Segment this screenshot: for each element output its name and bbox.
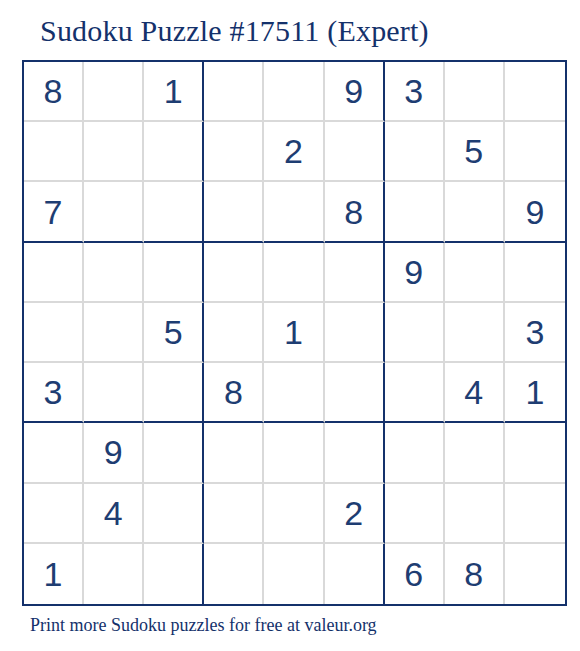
- cell-r6c9: 1: [505, 363, 565, 423]
- cell-r5c3: 5: [144, 303, 204, 363]
- cell-r7c3: [144, 423, 204, 483]
- cell-r6c3: [144, 363, 204, 423]
- cell-r3c4: [204, 182, 264, 242]
- cell-r8c3: [144, 484, 204, 544]
- cell-r9c9: [505, 544, 565, 604]
- cell-r5c7: [385, 303, 445, 363]
- cell-r4c8: [445, 243, 505, 303]
- cell-r3c1: 7: [24, 182, 84, 242]
- cell-r1c9: [505, 62, 565, 122]
- cell-r7c5: [264, 423, 324, 483]
- cell-r2c1: [24, 122, 84, 182]
- cell-r4c7: 9: [385, 243, 445, 303]
- cell-r9c7: 6: [385, 544, 445, 604]
- cell-r4c5: [264, 243, 324, 303]
- cell-r6c4: 8: [204, 363, 264, 423]
- cell-r3c7: [385, 182, 445, 242]
- cell-r1c4: [204, 62, 264, 122]
- cell-r1c5: [264, 62, 324, 122]
- cell-r8c8: [445, 484, 505, 544]
- page-title: Sudoku Puzzle #17511 (Expert): [40, 14, 429, 48]
- cell-r8c6: 2: [325, 484, 385, 544]
- cell-r4c4: [204, 243, 264, 303]
- cell-r9c1: 1: [24, 544, 84, 604]
- cell-r5c4: [204, 303, 264, 363]
- cell-r4c6: [325, 243, 385, 303]
- cell-r6c7: [385, 363, 445, 423]
- cell-r9c3: [144, 544, 204, 604]
- cell-r6c6: [325, 363, 385, 423]
- cell-r9c6: [325, 544, 385, 604]
- cell-r2c8: 5: [445, 122, 505, 182]
- cell-r5c6: [325, 303, 385, 363]
- cell-r1c7: 3: [385, 62, 445, 122]
- cell-r7c2: 9: [84, 423, 144, 483]
- cell-r9c8: 8: [445, 544, 505, 604]
- cell-r8c4: [204, 484, 264, 544]
- cell-r4c2: [84, 243, 144, 303]
- cell-r3c5: [264, 182, 324, 242]
- cell-r4c3: [144, 243, 204, 303]
- cell-r2c9: [505, 122, 565, 182]
- cell-r8c2: 4: [84, 484, 144, 544]
- cell-r1c2: [84, 62, 144, 122]
- cell-r2c3: [144, 122, 204, 182]
- cell-r1c3: 1: [144, 62, 204, 122]
- cell-r9c5: [264, 544, 324, 604]
- cell-r5c2: [84, 303, 144, 363]
- cell-r2c5: 2: [264, 122, 324, 182]
- cell-r2c2: [84, 122, 144, 182]
- cell-r2c4: [204, 122, 264, 182]
- cell-r4c1: [24, 243, 84, 303]
- cell-r6c1: 3: [24, 363, 84, 423]
- cell-r9c4: [204, 544, 264, 604]
- cell-r3c3: [144, 182, 204, 242]
- cell-r1c1: 8: [24, 62, 84, 122]
- cell-r4c9: [505, 243, 565, 303]
- cell-r6c8: 4: [445, 363, 505, 423]
- cell-r8c1: [24, 484, 84, 544]
- cell-r5c8: [445, 303, 505, 363]
- cell-r8c9: [505, 484, 565, 544]
- cell-r7c6: [325, 423, 385, 483]
- cell-r1c8: [445, 62, 505, 122]
- cell-r7c8: [445, 423, 505, 483]
- cell-r8c5: [264, 484, 324, 544]
- cell-r5c5: 1: [264, 303, 324, 363]
- cell-r2c6: [325, 122, 385, 182]
- cell-r5c1: [24, 303, 84, 363]
- cell-r2c7: [385, 122, 445, 182]
- cell-r8c7: [385, 484, 445, 544]
- cell-r7c4: [204, 423, 264, 483]
- cell-r6c5: [264, 363, 324, 423]
- cell-r3c9: 9: [505, 182, 565, 242]
- cell-r3c6: 8: [325, 182, 385, 242]
- sudoku-grid: 81932578995133841942168: [22, 60, 567, 606]
- cell-r9c2: [84, 544, 144, 604]
- cell-r7c1: [24, 423, 84, 483]
- cell-r3c2: [84, 182, 144, 242]
- cell-r7c7: [385, 423, 445, 483]
- cell-r6c2: [84, 363, 144, 423]
- footer-text: Print more Sudoku puzzles for free at va…: [30, 615, 377, 636]
- cell-r5c9: 3: [505, 303, 565, 363]
- cell-r7c9: [505, 423, 565, 483]
- cell-r1c6: 9: [325, 62, 385, 122]
- cell-r3c8: [445, 182, 505, 242]
- sudoku-page: Sudoku Puzzle #17511 (Expert) 8193257899…: [0, 0, 580, 651]
